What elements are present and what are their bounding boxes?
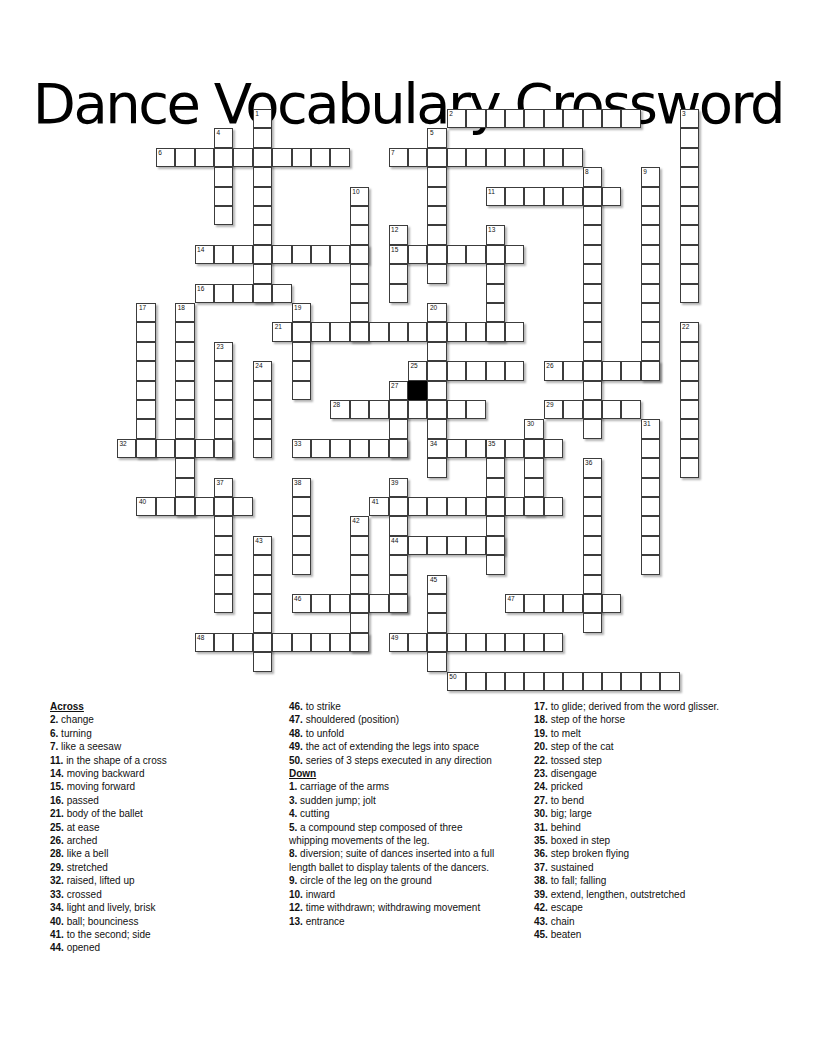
grid-cell[interactable]: [583, 555, 602, 574]
grid-cell[interactable]: [214, 148, 233, 167]
grid-cell[interactable]: [408, 497, 427, 516]
grid-cell[interactable]: [330, 322, 349, 341]
grid-cell[interactable]: 22: [680, 322, 699, 341]
grid-cell[interactable]: [253, 284, 272, 303]
grid-cell[interactable]: [602, 594, 621, 613]
grid-cell[interactable]: [389, 516, 408, 535]
grid-cell[interactable]: [583, 419, 602, 438]
grid-cell[interactable]: [524, 633, 543, 652]
grid-cell[interactable]: [680, 128, 699, 147]
grid-cell[interactable]: 6: [156, 148, 175, 167]
grid-cell[interactable]: 32: [117, 439, 136, 458]
grid-cell[interactable]: [253, 594, 272, 613]
grid-cell[interactable]: [641, 361, 660, 380]
grid-cell[interactable]: [175, 342, 194, 361]
grid-cell[interactable]: [563, 109, 582, 128]
grid-cell[interactable]: 2: [447, 109, 466, 128]
grid-cell[interactable]: [583, 497, 602, 516]
grid-cell[interactable]: [447, 536, 466, 555]
grid-cell[interactable]: [641, 536, 660, 555]
grid-cell[interactable]: [350, 322, 369, 341]
grid-cell[interactable]: [389, 594, 408, 613]
grid-cell[interactable]: [214, 245, 233, 264]
grid-cell[interactable]: [486, 458, 505, 477]
grid-cell[interactable]: [524, 439, 543, 458]
grid-cell[interactable]: [214, 167, 233, 186]
grid-cell[interactable]: 17: [136, 303, 155, 322]
grid-cell[interactable]: [233, 148, 252, 167]
grid-cell[interactable]: 27: [389, 381, 408, 400]
grid-cell[interactable]: [350, 439, 369, 458]
grid-cell[interactable]: [544, 109, 563, 128]
grid-cell[interactable]: [641, 322, 660, 341]
grid-cell[interactable]: [389, 322, 408, 341]
grid-cell[interactable]: [175, 419, 194, 438]
grid-cell[interactable]: [544, 497, 563, 516]
grid-cell[interactable]: [175, 478, 194, 497]
grid-cell[interactable]: 29: [544, 400, 563, 419]
grid-cell[interactable]: [214, 187, 233, 206]
grid-cell[interactable]: [350, 633, 369, 652]
grid-cell[interactable]: 46: [292, 594, 311, 613]
grid-cell[interactable]: [214, 555, 233, 574]
grid-cell[interactable]: [680, 439, 699, 458]
grid-cell[interactable]: [486, 245, 505, 264]
grid-cell[interactable]: [466, 672, 485, 691]
grid-cell[interactable]: [447, 439, 466, 458]
grid-cell[interactable]: [583, 381, 602, 400]
grid-cell[interactable]: [505, 497, 524, 516]
grid-cell[interactable]: [621, 400, 640, 419]
grid-cell[interactable]: [408, 400, 427, 419]
grid-cell[interactable]: [427, 458, 446, 477]
grid-cell[interactable]: [214, 575, 233, 594]
grid-cell[interactable]: [292, 322, 311, 341]
grid-cell[interactable]: [486, 264, 505, 283]
grid-cell[interactable]: [214, 361, 233, 380]
grid-cell[interactable]: [524, 109, 543, 128]
grid-cell[interactable]: [253, 206, 272, 225]
grid-cell[interactable]: [330, 594, 349, 613]
grid-cell[interactable]: [680, 419, 699, 438]
grid-cell[interactable]: [427, 206, 446, 225]
grid-cell[interactable]: [136, 400, 155, 419]
grid-cell[interactable]: [427, 497, 446, 516]
grid-cell[interactable]: [350, 594, 369, 613]
grid-cell[interactable]: 19: [292, 303, 311, 322]
grid-cell[interactable]: [272, 148, 291, 167]
grid-cell[interactable]: [292, 361, 311, 380]
grid-cell[interactable]: 31: [641, 419, 660, 438]
grid-cell[interactable]: [175, 361, 194, 380]
grid-cell[interactable]: [466, 497, 485, 516]
grid-cell[interactable]: [641, 555, 660, 574]
grid-cell[interactable]: 20: [427, 303, 446, 322]
grid-cell[interactable]: [486, 497, 505, 516]
grid-cell[interactable]: [253, 264, 272, 283]
grid-cell[interactable]: [447, 497, 466, 516]
grid-cell[interactable]: [408, 245, 427, 264]
grid-cell[interactable]: [563, 148, 582, 167]
grid-cell[interactable]: [505, 361, 524, 380]
grid-cell[interactable]: [408, 322, 427, 341]
grid-cell[interactable]: [253, 148, 272, 167]
grid-cell[interactable]: 1: [253, 109, 272, 128]
grid-cell[interactable]: [292, 516, 311, 535]
grid-cell[interactable]: [350, 613, 369, 632]
grid-cell[interactable]: [253, 419, 272, 438]
grid-cell[interactable]: 25: [408, 361, 427, 380]
grid-cell[interactable]: [544, 187, 563, 206]
grid-cell[interactable]: 16: [195, 284, 214, 303]
grid-cell[interactable]: [389, 284, 408, 303]
grid-cell[interactable]: [330, 633, 349, 652]
grid-cell[interactable]: [583, 225, 602, 244]
grid-cell[interactable]: [524, 672, 543, 691]
grid-cell[interactable]: [427, 225, 446, 244]
grid-cell[interactable]: [330, 439, 349, 458]
grid-cell[interactable]: [330, 245, 349, 264]
grid-cell[interactable]: [389, 575, 408, 594]
grid-cell[interactable]: 15: [389, 245, 408, 264]
grid-cell[interactable]: [350, 536, 369, 555]
grid-cell[interactable]: 36: [583, 458, 602, 477]
grid-cell[interactable]: [311, 245, 330, 264]
grid-cell[interactable]: 4: [214, 128, 233, 147]
grid-cell[interactable]: [233, 633, 252, 652]
grid-cell[interactable]: [175, 148, 194, 167]
grid-cell[interactable]: [136, 361, 155, 380]
grid-cell[interactable]: [408, 536, 427, 555]
grid-cell[interactable]: [680, 225, 699, 244]
grid-cell[interactable]: [233, 497, 252, 516]
grid-cell[interactable]: [486, 148, 505, 167]
grid-cell[interactable]: [175, 439, 194, 458]
grid-cell[interactable]: [466, 361, 485, 380]
grid-cell[interactable]: [486, 303, 505, 322]
grid-cell[interactable]: 40: [136, 497, 155, 516]
grid-cell[interactable]: [680, 361, 699, 380]
grid-cell[interactable]: [233, 284, 252, 303]
grid-cell[interactable]: [563, 187, 582, 206]
grid-cell[interactable]: [524, 458, 543, 477]
grid-cell[interactable]: [389, 419, 408, 438]
grid-cell[interactable]: [680, 187, 699, 206]
grid-cell[interactable]: [156, 439, 175, 458]
grid-cell[interactable]: [583, 342, 602, 361]
grid-cell[interactable]: [350, 225, 369, 244]
grid-cell[interactable]: [253, 128, 272, 147]
grid-cell[interactable]: [350, 555, 369, 574]
grid-cell[interactable]: [641, 187, 660, 206]
grid-cell[interactable]: [427, 342, 446, 361]
grid-cell[interactable]: [486, 284, 505, 303]
grid-cell[interactable]: [544, 633, 563, 652]
grid-cell[interactable]: [311, 322, 330, 341]
grid-cell[interactable]: [136, 322, 155, 341]
grid-cell[interactable]: [466, 400, 485, 419]
grid-cell[interactable]: [602, 672, 621, 691]
grid-cell[interactable]: [583, 613, 602, 632]
grid-cell[interactable]: 37: [214, 478, 233, 497]
grid-cell[interactable]: [292, 633, 311, 652]
grid-cell[interactable]: 45: [427, 575, 446, 594]
grid-cell[interactable]: [680, 284, 699, 303]
grid-cell[interactable]: 44: [389, 536, 408, 555]
grid-cell[interactable]: [253, 187, 272, 206]
grid-cell[interactable]: [466, 439, 485, 458]
grid-cell[interactable]: [466, 633, 485, 652]
grid-cell[interactable]: [389, 555, 408, 574]
grid-cell[interactable]: [583, 206, 602, 225]
grid-cell[interactable]: [214, 516, 233, 535]
grid-cell[interactable]: [602, 400, 621, 419]
grid-cell[interactable]: [544, 672, 563, 691]
grid-cell[interactable]: [466, 148, 485, 167]
grid-cell[interactable]: [253, 381, 272, 400]
grid-cell[interactable]: [350, 303, 369, 322]
grid-cell[interactable]: [583, 264, 602, 283]
grid-cell[interactable]: 3: [680, 109, 699, 128]
grid-cell[interactable]: [427, 419, 446, 438]
grid-cell[interactable]: [505, 109, 524, 128]
grid-cell[interactable]: [641, 516, 660, 535]
grid-cell[interactable]: [486, 536, 505, 555]
grid-cell[interactable]: [680, 264, 699, 283]
grid-cell[interactable]: [680, 206, 699, 225]
grid-cell[interactable]: [175, 322, 194, 341]
grid-cell[interactable]: [680, 381, 699, 400]
grid-cell[interactable]: [350, 245, 369, 264]
grid-cell[interactable]: [253, 439, 272, 458]
grid-cell[interactable]: [486, 361, 505, 380]
grid-cell[interactable]: [583, 575, 602, 594]
grid-cell[interactable]: 26: [544, 361, 563, 380]
grid-cell[interactable]: [214, 633, 233, 652]
grid-cell[interactable]: [292, 381, 311, 400]
grid-cell[interactable]: [253, 652, 272, 671]
grid-cell[interactable]: [641, 245, 660, 264]
grid-cell[interactable]: 47: [505, 594, 524, 613]
grid-cell[interactable]: [233, 245, 252, 264]
grid-cell[interactable]: [641, 672, 660, 691]
grid-cell[interactable]: [486, 672, 505, 691]
grid-cell[interactable]: [136, 439, 155, 458]
grid-cell[interactable]: 5: [427, 128, 446, 147]
grid-cell[interactable]: [311, 439, 330, 458]
grid-cell[interactable]: [641, 342, 660, 361]
grid-cell[interactable]: [136, 342, 155, 361]
grid-cell[interactable]: [583, 516, 602, 535]
grid-cell[interactable]: [544, 439, 563, 458]
grid-cell[interactable]: [311, 633, 330, 652]
grid-cell[interactable]: 33: [292, 439, 311, 458]
grid-cell[interactable]: [389, 400, 408, 419]
grid-cell[interactable]: [583, 109, 602, 128]
grid-cell[interactable]: 11: [486, 187, 505, 206]
grid-cell[interactable]: [583, 245, 602, 264]
grid-cell[interactable]: [311, 148, 330, 167]
grid-cell[interactable]: [195, 497, 214, 516]
grid-cell[interactable]: [583, 284, 602, 303]
grid-cell[interactable]: [369, 400, 388, 419]
grid-cell[interactable]: [466, 322, 485, 341]
grid-cell[interactable]: [583, 672, 602, 691]
grid-cell[interactable]: [641, 284, 660, 303]
grid-cell[interactable]: [486, 478, 505, 497]
grid-cell[interactable]: [641, 264, 660, 283]
grid-cell[interactable]: [253, 613, 272, 632]
grid-cell[interactable]: 9: [641, 167, 660, 186]
grid-cell[interactable]: [486, 633, 505, 652]
grid-cell[interactable]: [214, 381, 233, 400]
grid-cell[interactable]: [641, 439, 660, 458]
grid-cell[interactable]: 43: [253, 536, 272, 555]
grid-cell[interactable]: 50: [447, 672, 466, 691]
grid-cell[interactable]: [427, 167, 446, 186]
grid-cell[interactable]: [505, 322, 524, 341]
grid-cell[interactable]: 8: [583, 167, 602, 186]
grid-cell[interactable]: [583, 303, 602, 322]
grid-cell[interactable]: [292, 536, 311, 555]
grid-cell[interactable]: [214, 206, 233, 225]
grid-cell[interactable]: [272, 284, 291, 303]
grid-cell[interactable]: [524, 594, 543, 613]
grid-cell[interactable]: [175, 400, 194, 419]
grid-cell[interactable]: [583, 187, 602, 206]
grid-cell[interactable]: [641, 478, 660, 497]
grid-cell[interactable]: [272, 245, 291, 264]
grid-cell[interactable]: [311, 594, 330, 613]
grid-cell[interactable]: [524, 148, 543, 167]
grid-cell[interactable]: [583, 361, 602, 380]
grid-cell[interactable]: [680, 458, 699, 477]
grid-cell[interactable]: [427, 148, 446, 167]
grid-cell[interactable]: 13: [486, 225, 505, 244]
grid-cell[interactable]: [447, 148, 466, 167]
grid-cell[interactable]: [641, 497, 660, 516]
grid-cell[interactable]: 38: [292, 478, 311, 497]
grid-cell[interactable]: [389, 264, 408, 283]
grid-cell[interactable]: [214, 439, 233, 458]
grid-cell[interactable]: 24: [253, 361, 272, 380]
grid-cell[interactable]: [563, 672, 582, 691]
grid-cell[interactable]: [330, 148, 349, 167]
grid-cell[interactable]: 12: [389, 225, 408, 244]
grid-cell[interactable]: 42: [350, 516, 369, 535]
grid-cell[interactable]: 7: [389, 148, 408, 167]
grid-cell[interactable]: [505, 672, 524, 691]
grid-cell[interactable]: 34: [427, 439, 446, 458]
grid-cell[interactable]: [292, 245, 311, 264]
grid-cell[interactable]: [447, 245, 466, 264]
grid-cell[interactable]: [680, 400, 699, 419]
grid-cell[interactable]: [214, 419, 233, 438]
grid-cell[interactable]: [544, 148, 563, 167]
grid-cell[interactable]: [680, 148, 699, 167]
grid-cell[interactable]: [195, 439, 214, 458]
grid-cell[interactable]: [544, 594, 563, 613]
grid-cell[interactable]: [427, 322, 446, 341]
grid-cell[interactable]: [486, 555, 505, 574]
grid-cell[interactable]: [680, 342, 699, 361]
grid-cell[interactable]: [466, 245, 485, 264]
grid-cell[interactable]: 23: [214, 342, 233, 361]
grid-cell[interactable]: [408, 633, 427, 652]
grid-cell[interactable]: [389, 439, 408, 458]
grid-cell[interactable]: [524, 497, 543, 516]
grid-cell[interactable]: [195, 148, 214, 167]
grid-cell[interactable]: [602, 187, 621, 206]
grid-cell[interactable]: [214, 497, 233, 516]
grid-cell[interactable]: [505, 148, 524, 167]
grid-cell[interactable]: [563, 594, 582, 613]
grid-cell[interactable]: [486, 109, 505, 128]
grid-cell[interactable]: [253, 575, 272, 594]
grid-cell[interactable]: [136, 381, 155, 400]
grid-cell[interactable]: 49: [389, 633, 408, 652]
grid-cell[interactable]: 48: [195, 633, 214, 652]
grid-cell[interactable]: [602, 361, 621, 380]
grid-cell[interactable]: [486, 322, 505, 341]
grid-cell[interactable]: [427, 652, 446, 671]
grid-cell[interactable]: 21: [272, 322, 291, 341]
grid-cell[interactable]: 28: [330, 400, 349, 419]
grid-cell[interactable]: [486, 516, 505, 535]
grid-cell[interactable]: 41: [369, 497, 388, 516]
grid-cell[interactable]: [214, 400, 233, 419]
grid-cell[interactable]: [427, 381, 446, 400]
grid-cell[interactable]: [641, 458, 660, 477]
grid-cell[interactable]: [350, 284, 369, 303]
grid-cell[interactable]: [408, 148, 427, 167]
grid-cell[interactable]: [447, 322, 466, 341]
grid-cell[interactable]: [427, 264, 446, 283]
grid-cell[interactable]: [641, 225, 660, 244]
grid-cell[interactable]: [427, 613, 446, 632]
grid-cell[interactable]: [621, 672, 640, 691]
grid-cell[interactable]: [350, 206, 369, 225]
grid-cell[interactable]: [641, 206, 660, 225]
grid-cell[interactable]: 18: [175, 303, 194, 322]
grid-cell[interactable]: [563, 361, 582, 380]
grid-cell[interactable]: [253, 633, 272, 652]
grid-cell[interactable]: [427, 633, 446, 652]
grid-cell[interactable]: [466, 536, 485, 555]
grid-cell[interactable]: [602, 109, 621, 128]
grid-cell[interactable]: [292, 555, 311, 574]
grid-cell[interactable]: [253, 245, 272, 264]
grid-cell[interactable]: [350, 575, 369, 594]
grid-cell[interactable]: [369, 439, 388, 458]
grid-cell[interactable]: [427, 400, 446, 419]
grid-cell[interactable]: [447, 633, 466, 652]
grid-cell[interactable]: [214, 594, 233, 613]
grid-cell[interactable]: [583, 322, 602, 341]
grid-cell[interactable]: [505, 633, 524, 652]
grid-cell[interactable]: [253, 167, 272, 186]
grid-cell[interactable]: [369, 594, 388, 613]
grid-cell[interactable]: [427, 245, 446, 264]
grid-cell[interactable]: [427, 594, 446, 613]
grid-cell[interactable]: 35: [486, 439, 505, 458]
grid-cell[interactable]: [660, 672, 679, 691]
grid-cell[interactable]: [350, 400, 369, 419]
grid-cell[interactable]: [292, 342, 311, 361]
grid-cell[interactable]: [292, 148, 311, 167]
grid-cell[interactable]: [292, 497, 311, 516]
grid-cell[interactable]: [427, 187, 446, 206]
